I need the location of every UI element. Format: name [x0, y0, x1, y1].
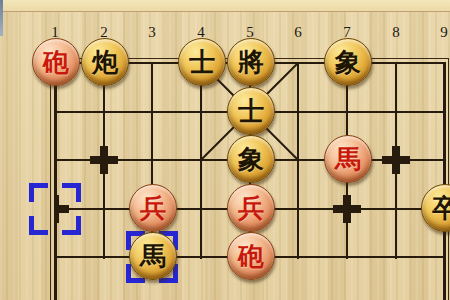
black-elephant-glyph: 象 — [335, 49, 361, 75]
red-horse[interactable]: 馬 — [324, 135, 372, 183]
file-line-9 — [443, 62, 446, 300]
black-advisor-glyph: 士 — [189, 49, 215, 75]
red-cannon[interactable]: 砲 — [32, 38, 80, 86]
column-label-8: 8 — [386, 24, 406, 40]
point-marker-7-4 — [333, 195, 361, 223]
black-general-glyph: 將 — [238, 49, 264, 75]
black-cannon[interactable]: 炮 — [81, 38, 129, 86]
red-cannon-glyph: 砲 — [43, 49, 69, 75]
black-advisor[interactable]: 士 — [178, 38, 226, 86]
black-general[interactable]: 將 — [227, 38, 275, 86]
board-outer-border-right — [448, 58, 449, 300]
black-soldier[interactable]: 卒 — [421, 184, 450, 232]
last-move-from-marker — [29, 183, 81, 235]
column-label-3: 3 — [142, 24, 162, 40]
black-soldier-glyph: 卒 — [432, 195, 450, 221]
black-advisor-glyph: 士 — [238, 98, 264, 124]
board-outer-border-left — [50, 58, 51, 300]
window-corner-artifact — [0, 0, 3, 36]
red-cannon-glyph: 砲 — [238, 243, 264, 269]
black-elephant[interactable]: 象 — [227, 135, 275, 183]
red-soldier[interactable]: 兵 — [227, 184, 275, 232]
red-soldier-glyph: 兵 — [140, 195, 166, 221]
red-soldier-glyph: 兵 — [238, 195, 264, 221]
red-cannon[interactable]: 砲 — [227, 232, 275, 280]
column-label-6: 6 — [288, 24, 308, 40]
xiangqi-app-window: 123456789砲炮士將象士象馬兵兵卒馬砲 — [0, 0, 450, 300]
black-cannon-glyph: 炮 — [92, 49, 118, 75]
black-horse-glyph: 馬 — [140, 243, 166, 269]
column-label-9: 9 — [434, 24, 450, 40]
red-soldier[interactable]: 兵 — [129, 184, 177, 232]
window-top-frame — [0, 0, 450, 12]
black-advisor[interactable]: 士 — [227, 87, 275, 135]
file-line-1 — [54, 62, 57, 300]
black-elephant-glyph: 象 — [238, 146, 264, 172]
black-horse[interactable]: 馬 — [129, 232, 177, 280]
point-marker-8-3 — [382, 146, 410, 174]
point-marker-2-3 — [90, 146, 118, 174]
xiangqi-board[interactable]: 123456789砲炮士將象士象馬兵兵卒馬砲 — [0, 0, 450, 300]
black-elephant[interactable]: 象 — [324, 38, 372, 86]
red-horse-glyph: 馬 — [335, 146, 361, 172]
